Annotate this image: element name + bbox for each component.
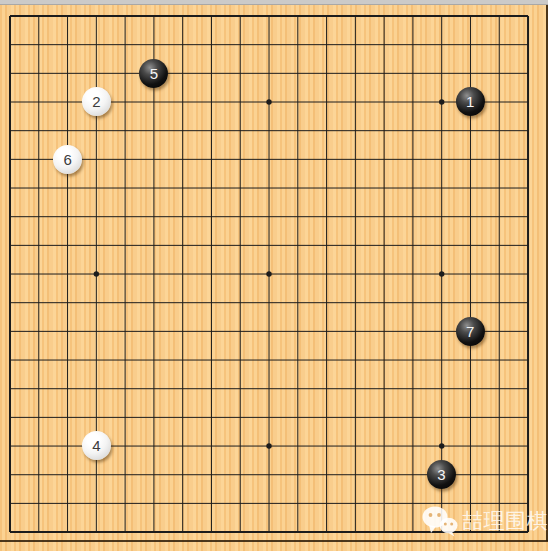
move-number: 1: [466, 87, 474, 116]
stone-grid: 1234567: [0, 2, 542, 546]
move-number: 7: [466, 317, 474, 346]
move-number: 6: [63, 145, 71, 174]
stone-white-6-C14: 6: [53, 145, 82, 174]
move-number: 5: [150, 59, 158, 88]
wechat-icon: [421, 505, 458, 537]
move-number: 4: [92, 431, 100, 460]
stone-black-1-R16: 1: [456, 87, 485, 116]
board-edge-right: [546, 5, 548, 541]
go-board[interactable]: 1234567: [0, 0, 548, 551]
stone-white-4-D4: 4: [82, 431, 111, 460]
move-number: 3: [437, 460, 445, 489]
go-diagram: 1234567 喆理围棋: [0, 0, 548, 551]
stone-black-7-R8: 7: [456, 317, 485, 346]
stone-black-3-Q3: 3: [427, 460, 456, 489]
stone-black-5-F17: 5: [139, 59, 168, 88]
move-number: 2: [92, 87, 100, 116]
watermark-text: 喆理围棋: [462, 507, 548, 535]
stone-white-2-D16: 2: [82, 87, 111, 116]
watermark: 喆理围棋: [421, 505, 547, 537]
